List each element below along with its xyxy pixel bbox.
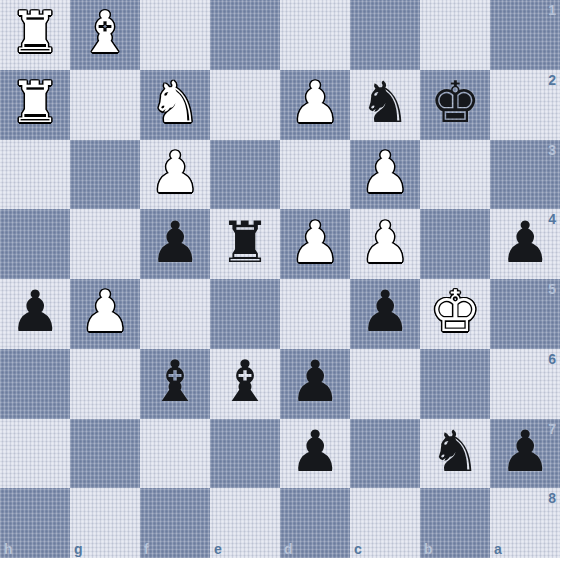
square-e4[interactable]: ♜ — [210, 209, 280, 279]
square-e7[interactable] — [210, 419, 280, 489]
file-label-g: g — [74, 542, 83, 556]
piece-black-bishop-f6[interactable]: ♝ — [149, 353, 200, 410]
rank-label-1: 1 — [548, 3, 556, 17]
square-d5[interactable] — [280, 279, 350, 349]
file-label-f: f — [144, 542, 149, 556]
piece-white-pawn-c4[interactable]: ♟ — [359, 214, 410, 271]
square-c3[interactable]: ♟ — [350, 140, 420, 210]
piece-black-pawn-c5[interactable]: ♟ — [359, 283, 410, 340]
square-a8[interactable]: a8 — [490, 488, 560, 558]
square-h3[interactable] — [0, 140, 70, 210]
square-a2[interactable]: 2 — [490, 70, 560, 140]
square-f7[interactable] — [140, 419, 210, 489]
piece-black-pawn-h5[interactable]: ♟ — [9, 283, 60, 340]
rank-label-6: 6 — [548, 352, 556, 366]
rank-label-8: 8 — [548, 491, 556, 505]
square-h1[interactable]: ♜ — [0, 0, 70, 70]
square-g2[interactable] — [70, 70, 140, 140]
square-a5[interactable]: 5 — [490, 279, 560, 349]
square-h8[interactable]: h — [0, 488, 70, 558]
piece-black-bishop-e6[interactable]: ♝ — [219, 353, 270, 410]
square-b5[interactable]: ♚ — [420, 279, 490, 349]
square-a7[interactable]: ♟7 — [490, 419, 560, 489]
square-g4[interactable] — [70, 209, 140, 279]
rank-label-5: 5 — [548, 282, 556, 296]
square-g3[interactable] — [70, 140, 140, 210]
square-e6[interactable]: ♝ — [210, 349, 280, 419]
square-c5[interactable]: ♟ — [350, 279, 420, 349]
square-e1[interactable] — [210, 0, 280, 70]
square-h5[interactable]: ♟ — [0, 279, 70, 349]
piece-white-knight-f2[interactable]: ♞ — [149, 74, 200, 131]
square-e2[interactable] — [210, 70, 280, 140]
square-f5[interactable] — [140, 279, 210, 349]
square-g7[interactable] — [70, 419, 140, 489]
square-a6[interactable]: 6 — [490, 349, 560, 419]
square-h6[interactable] — [0, 349, 70, 419]
rank-label-7: 7 — [548, 422, 556, 436]
square-h7[interactable] — [0, 419, 70, 489]
file-label-c: c — [354, 542, 362, 556]
square-b2[interactable]: ♚ — [420, 70, 490, 140]
square-f3[interactable]: ♟ — [140, 140, 210, 210]
square-c6[interactable] — [350, 349, 420, 419]
square-h2[interactable]: ♜ — [0, 70, 70, 140]
piece-white-pawn-f3[interactable]: ♟ — [149, 144, 200, 201]
chess-board: ♜♝1♜♞♟♞♚2♟♟3♟♜♟♟♟4♟♟♟♚5♝♝♟6♟♞♟7hgfedcba8 — [0, 0, 560, 558]
square-a4[interactable]: ♟4 — [490, 209, 560, 279]
piece-white-pawn-g5[interactable]: ♟ — [79, 283, 130, 340]
square-b6[interactable] — [420, 349, 490, 419]
file-label-b: b — [424, 542, 433, 556]
square-f2[interactable]: ♞ — [140, 70, 210, 140]
file-label-e: e — [214, 542, 222, 556]
square-g1[interactable]: ♝ — [70, 0, 140, 70]
piece-black-king-b2[interactable]: ♚ — [429, 74, 480, 131]
file-label-d: d — [284, 542, 293, 556]
piece-white-rook-h2[interactable]: ♜ — [9, 74, 60, 131]
square-d1[interactable] — [280, 0, 350, 70]
square-c2[interactable]: ♞ — [350, 70, 420, 140]
file-label-a: a — [494, 542, 502, 556]
square-h4[interactable] — [0, 209, 70, 279]
square-e8[interactable]: e — [210, 488, 280, 558]
square-c1[interactable] — [350, 0, 420, 70]
square-b4[interactable] — [420, 209, 490, 279]
square-c8[interactable]: c — [350, 488, 420, 558]
square-d2[interactable]: ♟ — [280, 70, 350, 140]
piece-black-knight-c2[interactable]: ♞ — [359, 74, 410, 131]
piece-white-king-b5[interactable]: ♚ — [429, 283, 480, 340]
piece-black-pawn-a4[interactable]: ♟ — [499, 214, 550, 271]
piece-black-knight-b7[interactable]: ♞ — [429, 423, 480, 480]
piece-white-rook-h1[interactable]: ♜ — [9, 4, 60, 61]
square-f4[interactable]: ♟ — [140, 209, 210, 279]
square-d8[interactable]: d — [280, 488, 350, 558]
square-d7[interactable]: ♟ — [280, 419, 350, 489]
square-e5[interactable] — [210, 279, 280, 349]
piece-black-pawn-f4[interactable]: ♟ — [149, 214, 200, 271]
piece-white-bishop-g1[interactable]: ♝ — [79, 4, 130, 61]
piece-black-pawn-a7[interactable]: ♟ — [499, 423, 550, 480]
rank-label-2: 2 — [548, 73, 556, 87]
piece-black-rook-e4[interactable]: ♜ — [219, 214, 270, 271]
square-b1[interactable] — [420, 0, 490, 70]
piece-white-pawn-d4[interactable]: ♟ — [289, 214, 340, 271]
square-c7[interactable] — [350, 419, 420, 489]
square-a1[interactable]: 1 — [490, 0, 560, 70]
file-label-h: h — [4, 542, 13, 556]
square-d3[interactable] — [280, 140, 350, 210]
chess-app: ♜♝1♜♞♟♞♚2♟♟3♟♜♟♟♟4♟♟♟♚5♝♝♟6♟♞♟7hgfedcba8 — [0, 0, 563, 561]
square-d4[interactable]: ♟ — [280, 209, 350, 279]
square-b8[interactable]: b — [420, 488, 490, 558]
square-f1[interactable] — [140, 0, 210, 70]
square-a3[interactable]: 3 — [490, 140, 560, 210]
piece-white-pawn-c3[interactable]: ♟ — [359, 144, 410, 201]
square-f6[interactable]: ♝ — [140, 349, 210, 419]
rank-label-4: 4 — [548, 212, 556, 226]
piece-black-pawn-d7[interactable]: ♟ — [289, 423, 340, 480]
rank-label-3: 3 — [548, 143, 556, 157]
piece-white-pawn-d2[interactable]: ♟ — [289, 74, 340, 131]
square-f8[interactable]: f — [140, 488, 210, 558]
square-g8[interactable]: g — [70, 488, 140, 558]
square-b7[interactable]: ♞ — [420, 419, 490, 489]
piece-black-pawn-d6[interactable]: ♟ — [289, 353, 340, 410]
square-g6[interactable] — [70, 349, 140, 419]
square-c4[interactable]: ♟ — [350, 209, 420, 279]
square-e3[interactable] — [210, 140, 280, 210]
square-g5[interactable]: ♟ — [70, 279, 140, 349]
square-d6[interactable]: ♟ — [280, 349, 350, 419]
square-b3[interactable] — [420, 140, 490, 210]
